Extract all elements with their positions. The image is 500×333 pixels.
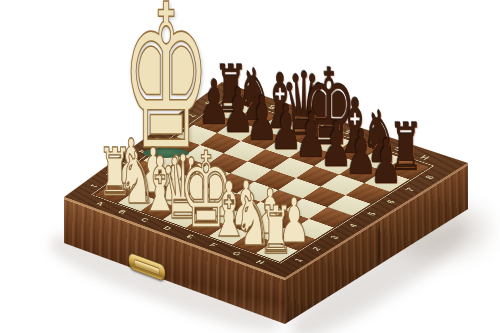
chess-set-photo: AABBCCDDEEFFGGHH1122334455667788 ♜♞♝♛♚♝♞…	[0, 0, 500, 333]
rank-label-right-7: 7	[404, 187, 417, 193]
rank-label-right-3: 3	[329, 234, 342, 240]
fold-seam	[378, 220, 380, 265]
brass-clasp[interactable]	[128, 252, 165, 283]
rank-label-right-2: 2	[310, 246, 323, 251]
piece-w-r-h1[interactable]: ♜	[259, 198, 293, 264]
rank-label-right-1: 1	[293, 257, 305, 262]
piece-b-p-h7[interactable]: ♟	[370, 131, 402, 193]
rank-label-right-8: 8	[423, 174, 436, 180]
rank-label-right-4: 4	[347, 223, 360, 229]
rank-label-right-6: 6	[385, 199, 398, 205]
rank-label-right-5: 5	[366, 211, 379, 217]
